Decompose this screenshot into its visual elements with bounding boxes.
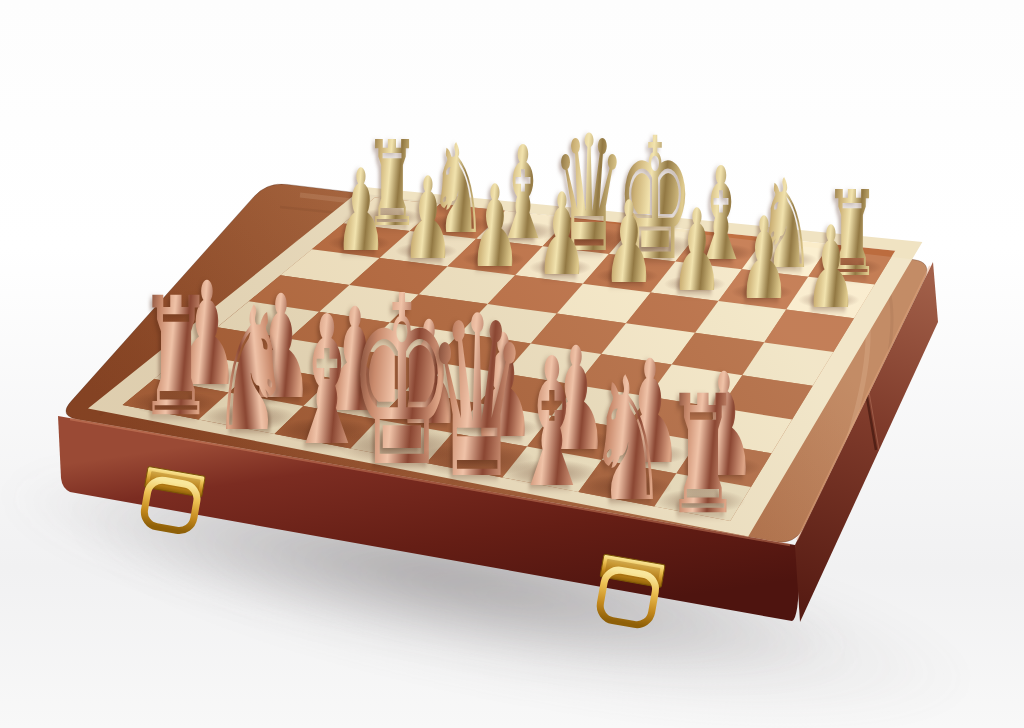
piece-f1-bishop[interactable]: ♝ bbox=[512, 335, 594, 513]
pieces-layer: ♜♞♝♛♚♝♞♜♟♟♟♟♟♟♟♟♟♟♟♟♟♟♟♟♜♞♝♚♛♝♞♜ bbox=[0, 0, 1024, 728]
piece-f7-pawn[interactable]: ♟ bbox=[671, 196, 723, 309]
piece-g7-pawn[interactable]: ♟ bbox=[738, 204, 790, 317]
piece-h7-pawn[interactable]: ♟ bbox=[805, 212, 857, 325]
piece-a1-rook[interactable]: ♜ bbox=[139, 276, 214, 439]
piece-h1-rook[interactable]: ♜ bbox=[666, 374, 741, 537]
piece-e7-pawn[interactable]: ♟ bbox=[604, 188, 656, 301]
piece-g1-knight[interactable]: ♞ bbox=[589, 355, 667, 526]
chess-set-product-photo: ♜♞♝♛♚♝♞♜♟♟♟♟♟♟♟♟♟♟♟♟♟♟♟♟♜♞♝♚♛♝♞♜ bbox=[0, 0, 1024, 728]
piece-d7-pawn[interactable]: ♟ bbox=[536, 180, 588, 293]
piece-b1-knight[interactable]: ♞ bbox=[212, 285, 290, 456]
